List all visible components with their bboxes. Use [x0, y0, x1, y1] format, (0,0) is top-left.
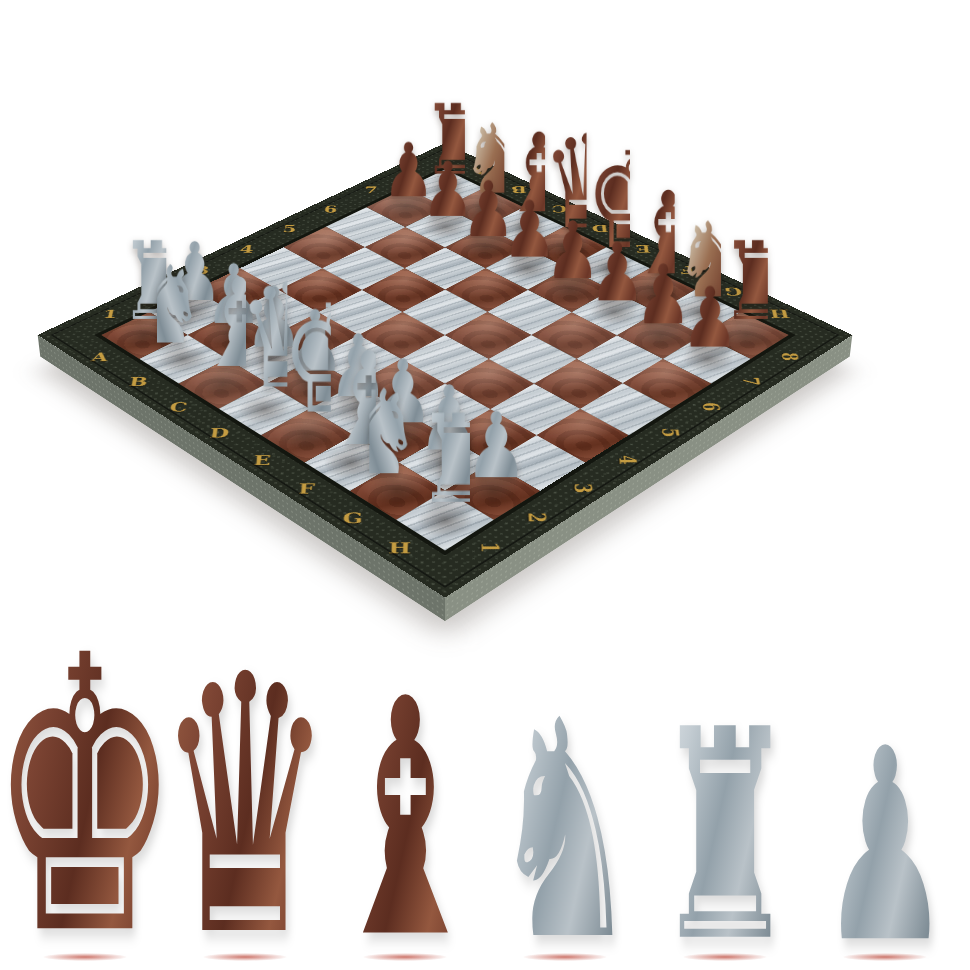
piece-showcase: ♚♛♝♞♜♟ — [0, 617, 970, 962]
piece-brown-pawn[interactable]: ♟ — [634, 254, 681, 336]
piece-brown-pawn[interactable]: ♟ — [383, 133, 426, 208]
brown-king-glyph: ♚ — [0, 606, 180, 970]
board-scene: ABCDEFGH ABCDEFGH 12345678 12345678 ♜♞♝♛… — [0, 0, 970, 640]
showcase-gray-knight: ♞ — [490, 684, 640, 962]
brown-queen-glyph: ♛ — [156, 629, 334, 970]
showcase-brown-queen: ♛ — [170, 632, 320, 962]
board-frame: ♜♞♝♛♚♝♞♜♟♟♟♟♟♟♟♟♟♟♟♟♟♟♟♟♜♞♝♛♚♝♞♜ — [94, 167, 795, 556]
piece-gray-knight[interactable]: ♞ — [369, 374, 422, 492]
gray-pawn-glyph: ♟ — [819, 714, 951, 970]
square-e6[interactable] — [487, 290, 572, 335]
gray-knight-glyph: ♞ — [490, 681, 640, 970]
piece-brown-pawn[interactable]: ♟ — [545, 211, 591, 290]
piece-brown-pawn[interactable]: ♟ — [503, 191, 548, 269]
showcase-gray-rook: ♜ — [650, 694, 800, 962]
showcase-gray-pawn: ♟ — [810, 716, 960, 962]
piece-brown-pawn[interactable]: ♟ — [681, 276, 729, 359]
chess-board: ABCDEFGH ABCDEFGH 12345678 12345678 ♜♞♝♛… — [38, 143, 853, 598]
board-squares: ♜♞♝♛♚♝♞♜♟♟♟♟♟♟♟♟♟♟♟♟♟♟♟♟♜♞♝♛♚♝♞♜ — [101, 170, 788, 551]
piece-brown-pawn[interactable]: ♟ — [461, 171, 505, 248]
piece-brown-pawn[interactable]: ♟ — [589, 232, 636, 313]
showcase-brown-king: ♚ — [10, 610, 160, 962]
product-photo: ABCDEFGH ABCDEFGH 12345678 12345678 ♜♞♝♛… — [0, 0, 970, 970]
piece-brown-pawn[interactable]: ♟ — [421, 152, 465, 228]
showcase-brown-bishop: ♝ — [330, 660, 480, 962]
piece-gray-rook[interactable]: ♜ — [416, 399, 470, 521]
brown-bishop-glyph: ♝ — [324, 657, 486, 970]
gray-rook-glyph: ♜ — [653, 691, 797, 970]
